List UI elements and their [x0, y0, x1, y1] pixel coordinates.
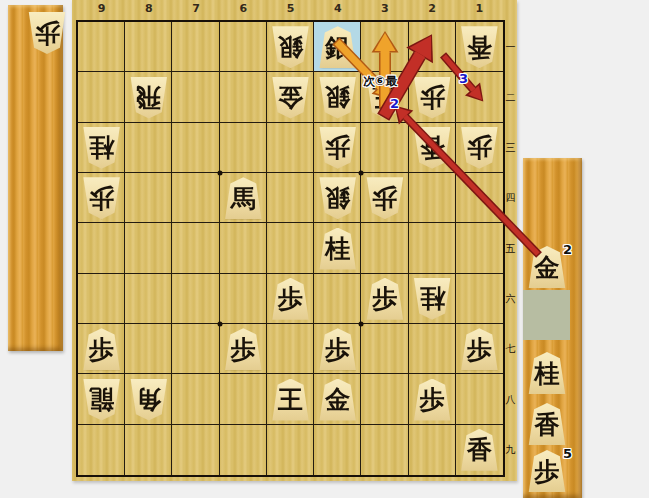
move-number-label: 2	[390, 96, 399, 111]
rank-label-3: 三	[504, 141, 517, 155]
piece-kanji: 歩	[372, 186, 397, 211]
rank-label-2: 二	[504, 91, 517, 105]
piece-gote-lance[interactable]: 香	[460, 26, 498, 68]
piece-kanji: 歩	[372, 286, 397, 311]
piece-sente-pawn[interactable]: 歩	[272, 278, 310, 320]
piece-kanji: 香	[420, 135, 445, 160]
file-label-9: 9	[78, 2, 126, 15]
piece-kanji: 歩	[420, 387, 445, 412]
piece-kanji: 歩	[89, 337, 114, 362]
piece-kanji: 桂	[325, 236, 350, 261]
piece-gote-silver[interactable]: 銀	[319, 77, 357, 119]
piece-gote-bishop[interactable]: 角	[130, 379, 168, 421]
piece-kanji: 角	[136, 387, 161, 412]
piece-sente-promoted-bishop[interactable]: 馬	[224, 177, 262, 219]
file-label-3: 3	[361, 2, 409, 15]
board-panel: 987654321 一二三四五六七八九 銀銀香飛金銀玉歩桂歩香歩歩馬銀歩桂歩歩桂…	[72, 0, 517, 481]
piece-kanji: 歩	[325, 135, 350, 160]
piece-kanji: 桂	[89, 135, 114, 160]
piece-gote-pawn[interactable]: 歩	[413, 77, 451, 119]
piece-sente-pawn[interactable]: 歩	[319, 328, 357, 370]
piece-sente-silver[interactable]: 銀	[319, 26, 357, 68]
rank-label-5: 五	[504, 242, 517, 256]
file-label-8: 8	[125, 2, 173, 15]
piece-kanji: 歩	[535, 459, 560, 484]
piece-gote-lance[interactable]: 香	[413, 127, 451, 169]
piece-kanji: 桂	[535, 361, 560, 386]
piece-sente-knight[interactable]: 桂	[319, 228, 357, 270]
piece-kanji: 飛	[136, 85, 161, 110]
gote-hand-stand: 歩	[8, 5, 63, 351]
piece-gote-knight[interactable]: 桂	[83, 127, 121, 169]
piece-sente-king[interactable]: 王	[272, 379, 310, 421]
piece-kanji: 銀	[325, 35, 350, 60]
hand-selected-slot	[523, 290, 570, 340]
board-grid: 銀銀香飛金銀玉歩桂歩香歩歩馬銀歩桂歩歩桂歩歩歩歩龍角王金歩香	[76, 20, 505, 477]
piece-sente-lance[interactable]: 香	[528, 403, 566, 445]
piece-sente-gold[interactable]: 金	[319, 379, 357, 421]
piece-kanji: 香	[467, 35, 492, 60]
file-label-1: 1	[455, 2, 503, 15]
piece-sente-pawn[interactable]: 歩	[528, 450, 566, 492]
piece-sente-pawn[interactable]: 歩	[413, 379, 451, 421]
piece-sente-pawn[interactable]: 歩	[460, 328, 498, 370]
pieces-layer: 銀銀香飛金銀玉歩桂歩香歩歩馬銀歩桂歩歩桂歩歩歩歩龍角王金歩香	[78, 22, 503, 475]
piece-gote-gold[interactable]: 金	[272, 77, 310, 119]
piece-gote-promoted-rook[interactable]: 龍	[83, 379, 121, 421]
piece-gote-knight[interactable]: 桂	[413, 278, 451, 320]
sente-hand-stand: 金2桂香歩5	[523, 158, 582, 498]
file-label-5: 5	[267, 2, 315, 15]
piece-gote-silver[interactable]: 銀	[272, 26, 310, 68]
rank-label-4: 四	[504, 191, 517, 205]
move-number-label: 3	[459, 71, 468, 86]
piece-kanji: 銀	[325, 186, 350, 211]
piece-kanji: 歩	[467, 135, 492, 160]
piece-sente-lance[interactable]: 香	[460, 429, 498, 471]
file-label-7: 7	[172, 2, 220, 15]
piece-gote-pawn[interactable]: 歩	[460, 127, 498, 169]
hand-count-pawn: 5	[563, 446, 572, 461]
piece-gote-pawn[interactable]: 歩	[319, 127, 357, 169]
piece-kanji: 歩	[278, 286, 303, 311]
piece-gote-pawn[interactable]: 歩	[83, 177, 121, 219]
file-label-4: 4	[314, 2, 362, 15]
piece-sente-pawn[interactable]: 歩	[83, 328, 121, 370]
file-label-2: 2	[408, 2, 456, 15]
piece-kanji: 香	[535, 412, 560, 437]
rank-label-9: 九	[504, 443, 517, 457]
piece-kanji: 銀	[325, 85, 350, 110]
annotation-note: 次⑥最	[363, 73, 397, 90]
piece-kanji: 歩	[89, 186, 114, 211]
piece-gote-pawn[interactable]: 歩	[28, 12, 66, 54]
piece-kanji: 王	[278, 387, 303, 412]
piece-sente-pawn[interactable]: 歩	[366, 278, 404, 320]
rank-label-6: 六	[504, 292, 517, 306]
piece-kanji: 銀	[278, 35, 303, 60]
piece-sente-gold[interactable]: 金	[528, 246, 566, 288]
piece-kanji: 歩	[231, 337, 256, 362]
piece-kanji: 金	[278, 85, 303, 110]
piece-kanji: 金	[325, 387, 350, 412]
piece-kanji: 歩	[35, 21, 60, 46]
rank-label-7: 七	[504, 342, 517, 356]
piece-kanji: 馬	[231, 186, 256, 211]
piece-gote-rook[interactable]: 飛	[130, 77, 168, 119]
piece-gote-silver[interactable]: 銀	[319, 177, 357, 219]
piece-kanji: 歩	[467, 337, 492, 362]
piece-kanji: 歩	[325, 337, 350, 362]
file-label-6: 6	[219, 2, 267, 15]
piece-kanji: 歩	[420, 85, 445, 110]
piece-kanji: 龍	[89, 387, 114, 412]
piece-sente-pawn[interactable]: 歩	[224, 328, 262, 370]
rank-label-8: 八	[504, 393, 517, 407]
piece-gote-pawn[interactable]: 歩	[366, 177, 404, 219]
rank-label-1: 一	[504, 40, 517, 54]
piece-kanji: 香	[467, 437, 492, 462]
shogi-app: 歩 987654321 一二三四五六七八九 銀銀香飛金銀玉歩桂歩香歩歩馬銀歩桂歩…	[0, 0, 649, 498]
hand-count-gold: 2	[563, 242, 572, 257]
piece-kanji: 金	[535, 255, 560, 280]
piece-kanji: 桂	[420, 286, 445, 311]
piece-sente-knight[interactable]: 桂	[528, 352, 566, 394]
